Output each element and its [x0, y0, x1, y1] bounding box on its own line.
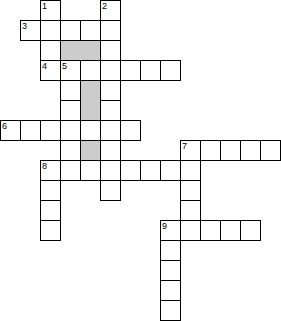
cell-r12c8[interactable]	[160, 240, 181, 261]
cell-r10c9[interactable]	[180, 200, 201, 221]
cell-r3c8[interactable]	[160, 60, 181, 81]
cell-r6c2[interactable]	[40, 120, 61, 141]
cell-r6c3[interactable]	[60, 120, 81, 141]
cell-r7c11[interactable]	[220, 140, 241, 161]
cell-r7c3[interactable]	[60, 140, 81, 161]
cell-r0c2[interactable]	[40, 0, 61, 21]
cell-r11c12[interactable]	[240, 220, 261, 241]
cell-r11c2[interactable]	[40, 220, 61, 241]
cell-r11c9[interactable]	[180, 220, 201, 241]
cell-r7c10[interactable]	[200, 140, 221, 161]
cell-r8c7[interactable]	[140, 160, 161, 181]
cell-r1c5[interactable]	[100, 20, 121, 41]
cell-r8c9[interactable]	[180, 160, 201, 181]
cell-r1c3[interactable]	[60, 20, 81, 41]
cell-r8c3[interactable]	[60, 160, 81, 181]
cell-r8c8[interactable]	[160, 160, 181, 181]
cell-r6c6[interactable]	[120, 120, 141, 141]
cell-r11c10[interactable]	[200, 220, 221, 241]
cell-r11c11[interactable]	[220, 220, 241, 241]
cell-r6c0[interactable]	[0, 120, 21, 141]
cell-r2c5[interactable]	[100, 40, 121, 61]
cell-r6c1[interactable]	[20, 120, 41, 141]
cell-r3c4[interactable]	[80, 60, 101, 81]
cell-r5c3[interactable]	[60, 100, 81, 121]
cell-r7c12[interactable]	[240, 140, 261, 161]
cell-r7c9[interactable]	[180, 140, 201, 161]
cell-r1c1[interactable]	[20, 20, 41, 41]
cell-r11c8[interactable]	[160, 220, 181, 241]
cell-r7c13[interactable]	[260, 140, 281, 161]
cell-r15c8[interactable]	[160, 300, 181, 321]
cell-r7c5[interactable]	[100, 140, 121, 161]
shaded-block	[60, 40, 101, 61]
cell-r9c2[interactable]	[40, 180, 61, 201]
cell-r14c8[interactable]	[160, 280, 181, 301]
cell-r1c4[interactable]	[80, 20, 101, 41]
cell-r10c2[interactable]	[40, 200, 61, 221]
crossword-board: 123456789	[0, 0, 281, 321]
cell-r4c3[interactable]	[60, 80, 81, 101]
cell-r5c5[interactable]	[100, 100, 121, 121]
cell-r3c2[interactable]	[40, 60, 61, 81]
cell-r1c2[interactable]	[40, 20, 61, 41]
cell-r8c6[interactable]	[120, 160, 141, 181]
cell-r4c5[interactable]	[100, 80, 121, 101]
cell-r8c5[interactable]	[100, 160, 121, 181]
cell-r0c5[interactable]	[100, 0, 121, 21]
cell-r3c3[interactable]	[60, 60, 81, 81]
shaded-block	[80, 140, 101, 161]
cell-r3c6[interactable]	[120, 60, 141, 81]
cell-r13c8[interactable]	[160, 260, 181, 281]
cell-r3c5[interactable]	[100, 60, 121, 81]
cell-r9c5[interactable]	[100, 180, 121, 201]
cell-r3c7[interactable]	[140, 60, 161, 81]
cell-r2c2[interactable]	[40, 40, 61, 61]
cell-r6c4[interactable]	[80, 120, 101, 141]
cell-r8c4[interactable]	[80, 160, 101, 181]
shaded-block	[80, 80, 101, 121]
cell-r6c5[interactable]	[100, 120, 121, 141]
cell-r8c2[interactable]	[40, 160, 61, 181]
cell-r9c9[interactable]	[180, 180, 201, 201]
